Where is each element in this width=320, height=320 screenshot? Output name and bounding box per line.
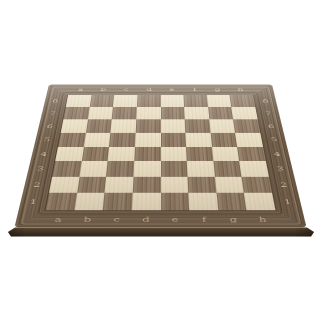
square-h1 — [244, 193, 275, 210]
square-d2 — [133, 177, 161, 193]
file-label-top-c: c — [114, 86, 137, 93]
rank-label-right-5: 5 — [264, 133, 284, 147]
file-label-top-h: h — [228, 86, 252, 93]
square-d8 — [137, 95, 161, 107]
rank-label-left-7: 7 — [43, 107, 62, 119]
rank-label-right-7: 7 — [259, 107, 278, 119]
square-d3 — [133, 161, 160, 176]
square-a4 — [55, 147, 83, 162]
square-c2 — [105, 177, 134, 193]
square-f4 — [186, 147, 213, 162]
square-c5 — [109, 133, 135, 147]
square-h8 — [230, 95, 255, 107]
square-g1 — [216, 193, 246, 210]
square-e1 — [161, 193, 190, 210]
square-c4 — [108, 147, 135, 162]
square-g5 — [210, 133, 237, 147]
square-f7 — [184, 107, 209, 119]
file-label-top-e: e — [161, 86, 184, 93]
rank-label-left-4: 4 — [34, 147, 54, 162]
square-f5 — [185, 133, 211, 147]
file-label-bottom-f: f — [189, 214, 219, 226]
square-a1 — [46, 193, 77, 210]
square-g4 — [212, 147, 240, 162]
square-f2 — [188, 177, 217, 193]
square-f6 — [185, 120, 211, 133]
playing-field — [46, 95, 276, 210]
rank-label-left-3: 3 — [30, 161, 51, 176]
square-a2 — [49, 177, 79, 193]
file-label-bottom-c: c — [102, 214, 132, 226]
square-h3 — [240, 161, 269, 176]
file-label-top-a: a — [68, 86, 92, 93]
square-b4 — [81, 147, 109, 162]
square-d7 — [136, 107, 160, 119]
square-c6 — [111, 120, 137, 133]
square-c7 — [112, 107, 137, 119]
square-c1 — [103, 193, 133, 210]
square-g2 — [215, 177, 245, 193]
rank-label-left-8: 8 — [46, 95, 64, 107]
square-h6 — [233, 120, 260, 133]
rank-label-right-8: 8 — [257, 95, 275, 107]
square-e6 — [161, 120, 186, 133]
rank-label-left-2: 2 — [26, 177, 48, 193]
square-e5 — [161, 133, 187, 147]
file-label-bottom-e: e — [161, 214, 190, 226]
square-c8 — [113, 95, 137, 107]
file-labels-top: abcdefgh — [68, 86, 252, 93]
square-b3 — [79, 161, 108, 176]
square-g8 — [207, 95, 232, 107]
square-c3 — [106, 161, 134, 176]
square-e7 — [161, 107, 185, 119]
rank-label-right-2: 2 — [273, 177, 295, 193]
square-g3 — [213, 161, 242, 176]
square-b6 — [86, 120, 112, 133]
square-f8 — [184, 95, 208, 107]
file-label-bottom-h: h — [247, 214, 278, 226]
square-d5 — [135, 133, 161, 147]
square-a7 — [63, 107, 89, 119]
rank-label-right-3: 3 — [270, 161, 291, 176]
square-d1 — [132, 193, 161, 210]
square-e8 — [161, 95, 185, 107]
square-h7 — [232, 107, 258, 119]
file-label-top-b: b — [91, 86, 115, 93]
file-label-bottom-b: b — [72, 214, 103, 226]
rank-label-left-5: 5 — [37, 133, 57, 147]
chess-board: abcdefgh abcdefgh 87654321 87654321 — [14, 85, 306, 228]
square-b8 — [89, 95, 114, 107]
square-h4 — [237, 147, 265, 162]
rank-label-left-6: 6 — [40, 120, 59, 133]
square-b1 — [74, 193, 104, 210]
square-e3 — [161, 161, 188, 176]
file-label-top-d: d — [137, 86, 160, 93]
rank-label-right-6: 6 — [262, 120, 281, 133]
square-d4 — [134, 147, 160, 162]
file-label-top-g: g — [206, 86, 230, 93]
file-label-top-f: f — [183, 86, 206, 93]
square-a6 — [61, 120, 88, 133]
file-label-bottom-g: g — [218, 214, 249, 226]
rank-label-left-1: 1 — [22, 193, 45, 210]
square-a5 — [58, 133, 86, 147]
square-f1 — [188, 193, 218, 210]
file-label-bottom-a: a — [43, 214, 74, 226]
square-h2 — [242, 177, 272, 193]
file-label-bottom-d: d — [131, 214, 160, 226]
square-b7 — [88, 107, 114, 119]
photo-background: abcdefgh abcdefgh 87654321 87654321 — [0, 0, 320, 320]
square-g6 — [209, 120, 235, 133]
square-g7 — [208, 107, 234, 119]
file-labels-bottom: abcdefgh — [43, 214, 279, 226]
square-b2 — [77, 177, 107, 193]
square-e2 — [161, 177, 189, 193]
square-f3 — [187, 161, 215, 176]
square-e4 — [161, 147, 187, 162]
square-a3 — [52, 161, 81, 176]
square-b5 — [84, 133, 111, 147]
square-h5 — [235, 133, 263, 147]
rank-label-right-4: 4 — [267, 147, 287, 162]
rank-label-right-1: 1 — [276, 193, 299, 210]
square-d6 — [136, 120, 161, 133]
square-a8 — [66, 95, 91, 107]
